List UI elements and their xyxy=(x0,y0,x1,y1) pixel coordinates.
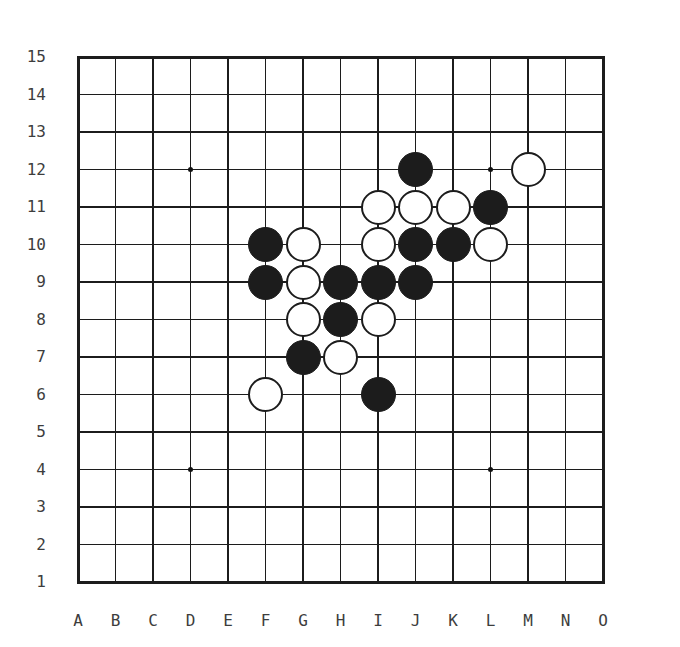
row-label: 7 xyxy=(14,347,46,367)
white-stone xyxy=(361,190,396,225)
black-stone xyxy=(361,377,396,412)
row-label: 11 xyxy=(14,197,46,217)
row-label: 10 xyxy=(14,235,46,255)
column-label: K xyxy=(436,611,470,631)
white-stone xyxy=(361,227,396,262)
column-label: O xyxy=(586,611,620,631)
row-label: 3 xyxy=(14,497,46,517)
black-stone xyxy=(248,265,283,300)
black-stone xyxy=(473,190,508,225)
row-label: 5 xyxy=(14,422,46,442)
column-label: N xyxy=(549,611,583,631)
black-stone xyxy=(436,227,471,262)
white-stone xyxy=(286,302,321,337)
gomoku-diagram: 151413121110987654321ABCDEFGHIJKLMNO xyxy=(0,0,680,647)
black-stone xyxy=(398,265,433,300)
column-label: I xyxy=(361,611,395,631)
column-label: B xyxy=(99,611,133,631)
row-label: 4 xyxy=(14,460,46,480)
white-stone xyxy=(398,190,433,225)
board[interactable]: 151413121110987654321ABCDEFGHIJKLMNO xyxy=(0,0,680,647)
row-label: 9 xyxy=(14,272,46,292)
white-stone xyxy=(286,227,321,262)
white-stone xyxy=(323,340,358,375)
star-point xyxy=(488,167,493,172)
black-stone xyxy=(398,152,433,187)
column-label: J xyxy=(399,611,433,631)
black-stone xyxy=(323,302,358,337)
column-label: C xyxy=(136,611,170,631)
column-label: L xyxy=(474,611,508,631)
row-label: 1 xyxy=(14,572,46,592)
column-label: E xyxy=(211,611,245,631)
black-stone xyxy=(286,340,321,375)
white-stone xyxy=(436,190,471,225)
column-label: D xyxy=(174,611,208,631)
black-stone xyxy=(323,265,358,300)
row-label: 8 xyxy=(14,310,46,330)
star-point xyxy=(188,467,193,472)
row-label: 6 xyxy=(14,385,46,405)
white-stone xyxy=(248,377,283,412)
column-label: F xyxy=(249,611,283,631)
star-point xyxy=(188,167,193,172)
row-label: 14 xyxy=(14,85,46,105)
row-label: 2 xyxy=(14,535,46,555)
row-label: 13 xyxy=(14,122,46,142)
black-stone xyxy=(398,227,433,262)
white-stone xyxy=(286,265,321,300)
black-stone xyxy=(248,227,283,262)
row-label: 12 xyxy=(14,160,46,180)
column-label: A xyxy=(61,611,95,631)
column-label: M xyxy=(511,611,545,631)
black-stone xyxy=(361,265,396,300)
column-label: G xyxy=(286,611,320,631)
white-stone xyxy=(511,152,546,187)
white-stone xyxy=(473,227,508,262)
row-label: 15 xyxy=(14,47,46,67)
star-point xyxy=(488,467,493,472)
white-stone xyxy=(361,302,396,337)
column-label: H xyxy=(324,611,358,631)
